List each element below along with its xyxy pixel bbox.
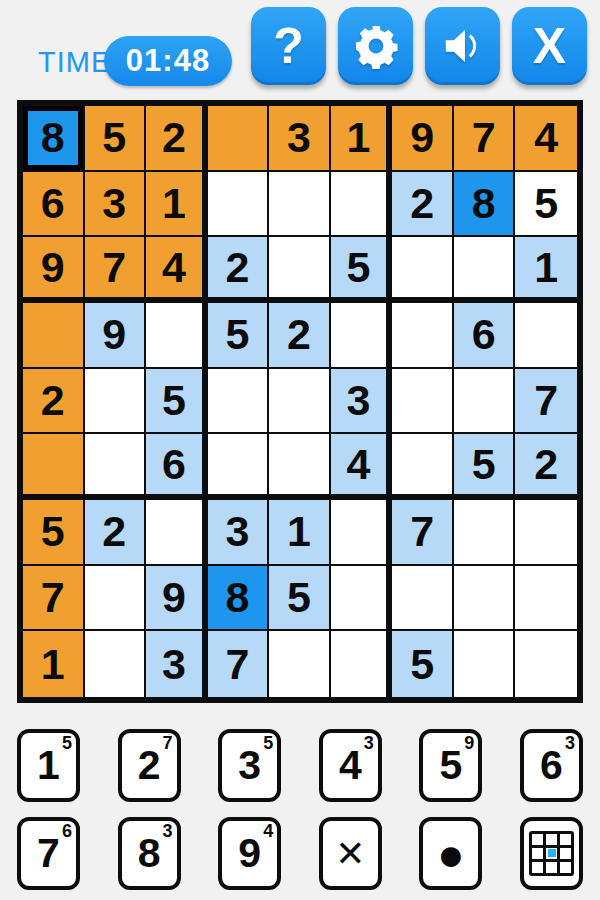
cell-r5c5[interactable] xyxy=(269,369,331,435)
cell-r1c9[interactable]: 4 xyxy=(515,106,577,172)
digit-label: 8 xyxy=(138,833,161,874)
digit-count-badge: 3 xyxy=(565,734,575,752)
close-button[interactable]: X xyxy=(512,7,587,85)
cell-r8c1[interactable]: 7 xyxy=(23,566,85,632)
notes-grid-cell xyxy=(532,834,543,845)
cell-r2c3[interactable]: 1 xyxy=(146,172,208,238)
settings-button[interactable] xyxy=(338,7,413,85)
digit-count-badge: 4 xyxy=(263,822,273,840)
cell-r4c9[interactable] xyxy=(515,303,577,369)
erase-button[interactable]: ✕ xyxy=(319,817,382,890)
cell-r3c8[interactable] xyxy=(454,237,516,303)
notes-cyan-dot xyxy=(548,849,556,857)
numpad-digit-5[interactable]: 59 xyxy=(419,729,482,802)
mark-button[interactable]: ● xyxy=(419,817,482,890)
cell-r8c9[interactable] xyxy=(515,566,577,632)
digit-label: 7 xyxy=(37,833,60,874)
notes-grid-cell xyxy=(532,848,543,859)
digit-label: 4 xyxy=(339,745,362,786)
cell-r6c5[interactable] xyxy=(269,434,331,500)
digit-count-badge: 3 xyxy=(163,822,173,840)
digit-label: 1 xyxy=(37,745,60,786)
cell-r6c7[interactable] xyxy=(392,434,454,500)
cell-r8c5[interactable]: 5 xyxy=(269,566,331,632)
numpad-row-2: 768394✕● xyxy=(0,817,600,890)
cell-r9c1[interactable]: 1 xyxy=(23,631,85,697)
numpad-digit-8[interactable]: 83 xyxy=(118,817,181,890)
cell-r3c1[interactable]: 9 xyxy=(23,237,85,303)
notes-grid-cell xyxy=(546,834,557,845)
digit-label: 5 xyxy=(439,745,462,786)
dot-icon: ● xyxy=(437,831,465,877)
cell-r7c2[interactable]: 2 xyxy=(85,500,147,566)
cell-r5c4[interactable] xyxy=(208,369,270,435)
digit-count-badge: 7 xyxy=(163,734,173,752)
digit-label: 3 xyxy=(238,745,261,786)
header-buttons: ? X xyxy=(251,7,587,85)
notes-grid-cell xyxy=(532,862,543,873)
notes-grid-cell xyxy=(560,862,571,873)
digit-label: 2 xyxy=(138,745,161,786)
notes-grid-cell xyxy=(560,848,571,859)
gear-icon xyxy=(352,22,400,70)
cell-r4c5[interactable]: 2 xyxy=(269,303,331,369)
timer-display: 01:48 xyxy=(104,36,232,86)
numpad-digit-3[interactable]: 35 xyxy=(218,729,281,802)
cell-r5c2[interactable] xyxy=(85,369,147,435)
cell-r3c6[interactable]: 5 xyxy=(331,237,393,303)
cell-r7c3[interactable] xyxy=(146,500,208,566)
digit-count-badge: 3 xyxy=(364,734,374,752)
cell-r6c3[interactable]: 6 xyxy=(146,434,208,500)
cell-r3c4[interactable]: 2 xyxy=(208,237,270,303)
cell-r8c6[interactable] xyxy=(331,566,393,632)
notes-button[interactable] xyxy=(520,817,583,890)
cell-r1c7[interactable]: 9 xyxy=(392,106,454,172)
cell-r8c3[interactable]: 9 xyxy=(146,566,208,632)
cell-r7c1[interactable]: 5 xyxy=(23,500,85,566)
cell-r3c7[interactable] xyxy=(392,237,454,303)
cell-r1c8[interactable]: 7 xyxy=(454,106,516,172)
digit-label: 6 xyxy=(540,745,563,786)
header: TIME 01:48 ? X xyxy=(0,0,600,100)
notes-grid-cell xyxy=(546,848,557,859)
cell-r6c1[interactable] xyxy=(23,434,85,500)
cell-r7c6[interactable] xyxy=(331,500,393,566)
cell-r8c8[interactable] xyxy=(454,566,516,632)
cell-r7c8[interactable] xyxy=(454,500,516,566)
cell-r7c7[interactable]: 7 xyxy=(392,500,454,566)
cell-r1c2[interactable]: 5 xyxy=(85,106,147,172)
cell-r2c2[interactable]: 3 xyxy=(85,172,147,238)
notes-grid-cell xyxy=(546,862,557,873)
cell-r3c5[interactable] xyxy=(269,237,331,303)
cell-r2c8[interactable]: 8 xyxy=(454,172,516,238)
speaker-icon xyxy=(440,23,486,69)
numpad-digit-7[interactable]: 76 xyxy=(17,817,80,890)
cell-r4c7[interactable] xyxy=(392,303,454,369)
cell-r2c4[interactable] xyxy=(208,172,270,238)
cell-r5c7[interactable] xyxy=(392,369,454,435)
cell-r1c4[interactable] xyxy=(208,106,270,172)
cell-r5c1[interactable]: 2 xyxy=(23,369,85,435)
numpad-digit-1[interactable]: 15 xyxy=(17,729,80,802)
time-label: TIME xyxy=(38,46,111,79)
cell-r8c7[interactable] xyxy=(392,566,454,632)
digit-count-badge: 5 xyxy=(62,734,72,752)
cell-r1c1[interactable]: 8 xyxy=(23,106,85,172)
cell-r9c7[interactable]: 5 xyxy=(392,631,454,697)
cell-r9c9[interactable] xyxy=(515,631,577,697)
cell-r9c3[interactable]: 3 xyxy=(146,631,208,697)
cell-r4c8[interactable]: 6 xyxy=(454,303,516,369)
cell-r9c8[interactable] xyxy=(454,631,516,697)
sound-button[interactable] xyxy=(425,7,500,85)
cell-r5c9[interactable]: 7 xyxy=(515,369,577,435)
timer-value: 01:48 xyxy=(126,43,210,79)
numpad-digit-4[interactable]: 43 xyxy=(319,729,382,802)
digit-label: 9 xyxy=(238,833,261,874)
erase-x-icon: ✕ xyxy=(335,836,365,872)
close-icon: X xyxy=(533,21,566,71)
cell-r6c9[interactable]: 2 xyxy=(515,434,577,500)
cell-r9c2[interactable] xyxy=(85,631,147,697)
cell-r5c6[interactable]: 3 xyxy=(331,369,393,435)
numpad-digit-9[interactable]: 94 xyxy=(218,817,281,890)
cell-r4c6[interactable] xyxy=(331,303,393,369)
cell-r8c2[interactable] xyxy=(85,566,147,632)
cell-r4c3[interactable] xyxy=(146,303,208,369)
digit-count-badge: 6 xyxy=(62,822,72,840)
cell-r2c1[interactable]: 6 xyxy=(23,172,85,238)
cell-r5c3[interactable]: 5 xyxy=(146,369,208,435)
cell-r7c4[interactable]: 3 xyxy=(208,500,270,566)
numpad-digit-2[interactable]: 27 xyxy=(118,729,181,802)
cell-r3c9[interactable]: 1 xyxy=(515,237,577,303)
cell-r2c7[interactable]: 2 xyxy=(392,172,454,238)
numpad-digit-6[interactable]: 63 xyxy=(520,729,583,802)
cell-r7c5[interactable]: 1 xyxy=(269,500,331,566)
digit-count-badge: 5 xyxy=(263,734,273,752)
cell-r6c2[interactable] xyxy=(85,434,147,500)
cell-r4c1[interactable] xyxy=(23,303,85,369)
notes-grid-cell xyxy=(560,834,571,845)
help-button[interactable]: ? xyxy=(251,7,326,85)
cell-r6c4[interactable] xyxy=(208,434,270,500)
cell-r3c2[interactable]: 7 xyxy=(85,237,147,303)
cell-r2c6[interactable] xyxy=(331,172,393,238)
notes-grid-icon xyxy=(529,831,574,876)
cell-r9c5[interactable] xyxy=(269,631,331,697)
cell-r1c3[interactable]: 2 xyxy=(146,106,208,172)
digit-count-badge: 9 xyxy=(464,734,474,752)
cell-r1c6[interactable]: 1 xyxy=(331,106,393,172)
cell-r4c2[interactable]: 9 xyxy=(85,303,147,369)
sudoku-board: 8523197463128597425195262537645252317798… xyxy=(17,100,583,703)
cell-r6c6[interactable]: 4 xyxy=(331,434,393,500)
cell-r9c4[interactable]: 7 xyxy=(208,631,270,697)
cell-r8c4[interactable]: 8 xyxy=(208,566,270,632)
cell-r4c4[interactable]: 5 xyxy=(208,303,270,369)
cell-r6c8[interactable]: 5 xyxy=(454,434,516,500)
cell-r2c5[interactable] xyxy=(269,172,331,238)
numpad-row-1: 152735435963 xyxy=(0,729,600,802)
question-mark-icon: ? xyxy=(273,21,304,71)
cell-r7c9[interactable] xyxy=(515,500,577,566)
cell-r3c3[interactable]: 4 xyxy=(146,237,208,303)
cell-r5c8[interactable] xyxy=(454,369,516,435)
cell-r2c9[interactable]: 5 xyxy=(515,172,577,238)
cell-r9c6[interactable] xyxy=(331,631,393,697)
numpad: 152735435963 768394✕● xyxy=(0,729,600,900)
cell-r1c5[interactable]: 3 xyxy=(269,106,331,172)
